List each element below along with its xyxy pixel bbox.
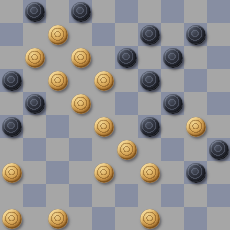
light-square-r5c3 <box>69 115 92 138</box>
light-square-r1c3 <box>69 23 92 46</box>
square-14[interactable] <box>161 46 184 69</box>
light-square-r3c7 <box>161 69 184 92</box>
light-square-r0c4 <box>92 0 115 23</box>
square-37[interactable] <box>46 161 69 184</box>
gold-man[interactable] <box>71 94 91 114</box>
light-square-r5c5 <box>115 115 138 138</box>
light-square-r9c5 <box>115 207 138 230</box>
square-35[interactable] <box>207 138 230 161</box>
light-square-r6c4 <box>92 138 115 161</box>
light-square-r7c3 <box>69 161 92 184</box>
square-7[interactable] <box>46 23 69 46</box>
square-10[interactable] <box>184 23 207 46</box>
light-square-r7c7 <box>161 161 184 184</box>
square-33[interactable] <box>115 138 138 161</box>
black-man[interactable] <box>2 71 22 91</box>
square-34[interactable] <box>161 138 184 161</box>
square-20[interactable] <box>184 69 207 92</box>
light-square-r0c8 <box>184 0 207 23</box>
light-square-r8c2 <box>46 184 69 207</box>
square-41[interactable] <box>23 184 46 207</box>
light-square-r5c1 <box>23 115 46 138</box>
light-square-r7c5 <box>115 161 138 184</box>
gold-man[interactable] <box>25 48 45 68</box>
light-square-r1c9 <box>207 23 230 46</box>
light-square-r2c8 <box>184 46 207 69</box>
gold-man[interactable] <box>2 163 22 183</box>
light-square-r3c1 <box>23 69 46 92</box>
light-square-r4c2 <box>46 92 69 115</box>
square-13[interactable] <box>115 46 138 69</box>
light-square-r2c6 <box>138 46 161 69</box>
square-46[interactable] <box>0 207 23 230</box>
square-39[interactable] <box>138 161 161 184</box>
square-40[interactable] <box>184 161 207 184</box>
gold-man[interactable] <box>94 163 114 183</box>
square-36[interactable] <box>0 161 23 184</box>
square-16[interactable] <box>0 69 23 92</box>
light-square-r2c4 <box>92 46 115 69</box>
gold-man[interactable] <box>117 140 137 160</box>
square-11[interactable] <box>23 46 46 69</box>
light-square-r2c0 <box>0 46 23 69</box>
square-9[interactable] <box>138 23 161 46</box>
black-man[interactable] <box>71 2 91 22</box>
square-25[interactable] <box>207 92 230 115</box>
black-man[interactable] <box>186 25 206 45</box>
square-44[interactable] <box>161 184 184 207</box>
square-28[interactable] <box>92 115 115 138</box>
gold-man[interactable] <box>2 209 22 229</box>
draughts-board <box>0 0 230 230</box>
black-man[interactable] <box>140 71 160 91</box>
draughts-app <box>0 0 230 230</box>
black-man[interactable] <box>209 140 229 160</box>
square-38[interactable] <box>92 161 115 184</box>
gold-man[interactable] <box>48 25 68 45</box>
light-square-r4c6 <box>138 92 161 115</box>
light-square-r9c3 <box>69 207 92 230</box>
light-square-r1c1 <box>23 23 46 46</box>
light-square-r7c9 <box>207 161 230 184</box>
square-5[interactable] <box>207 0 230 23</box>
black-man[interactable] <box>2 117 22 137</box>
square-26[interactable] <box>0 115 23 138</box>
square-31[interactable] <box>23 138 46 161</box>
light-square-r8c8 <box>184 184 207 207</box>
square-27[interactable] <box>46 115 69 138</box>
black-man[interactable] <box>25 94 45 114</box>
light-square-r4c8 <box>184 92 207 115</box>
square-6[interactable] <box>0 23 23 46</box>
black-man[interactable] <box>117 48 137 68</box>
gold-man[interactable] <box>94 117 114 137</box>
square-15[interactable] <box>207 46 230 69</box>
square-8[interactable] <box>92 23 115 46</box>
light-square-r7c1 <box>23 161 46 184</box>
square-1[interactable] <box>23 0 46 23</box>
light-square-r9c7 <box>161 207 184 230</box>
square-42[interactable] <box>69 184 92 207</box>
square-21[interactable] <box>23 92 46 115</box>
gold-man[interactable] <box>140 209 160 229</box>
square-4[interactable] <box>161 0 184 23</box>
light-square-r4c0 <box>0 92 23 115</box>
light-square-r6c8 <box>184 138 207 161</box>
square-43[interactable] <box>115 184 138 207</box>
light-square-r0c2 <box>46 0 69 23</box>
square-49[interactable] <box>138 207 161 230</box>
square-50[interactable] <box>184 207 207 230</box>
gold-man[interactable] <box>140 163 160 183</box>
light-square-r5c9 <box>207 115 230 138</box>
square-45[interactable] <box>207 184 230 207</box>
square-2[interactable] <box>69 0 92 23</box>
square-3[interactable] <box>115 0 138 23</box>
square-19[interactable] <box>138 69 161 92</box>
light-square-r8c0 <box>0 184 23 207</box>
light-square-r3c9 <box>207 69 230 92</box>
light-square-r3c5 <box>115 69 138 92</box>
black-man[interactable] <box>140 117 160 137</box>
light-square-r0c6 <box>138 0 161 23</box>
black-man[interactable] <box>163 48 183 68</box>
black-man[interactable] <box>163 94 183 114</box>
gold-man[interactable] <box>186 117 206 137</box>
light-square-r1c7 <box>161 23 184 46</box>
black-man[interactable] <box>140 25 160 45</box>
light-square-r0c0 <box>0 0 23 23</box>
square-12[interactable] <box>69 46 92 69</box>
gold-man[interactable] <box>71 48 91 68</box>
light-square-r8c6 <box>138 184 161 207</box>
light-square-r1c5 <box>115 23 138 46</box>
black-man[interactable] <box>25 2 45 22</box>
light-square-r5c7 <box>161 115 184 138</box>
square-29[interactable] <box>138 115 161 138</box>
square-22[interactable] <box>69 92 92 115</box>
light-square-r3c3 <box>69 69 92 92</box>
light-square-r6c2 <box>46 138 69 161</box>
black-man[interactable] <box>186 163 206 183</box>
light-square-r9c1 <box>23 207 46 230</box>
square-30[interactable] <box>184 115 207 138</box>
square-32[interactable] <box>69 138 92 161</box>
gold-man[interactable] <box>48 71 68 91</box>
square-23[interactable] <box>115 92 138 115</box>
light-square-r2c2 <box>46 46 69 69</box>
gold-man[interactable] <box>48 209 68 229</box>
square-47[interactable] <box>46 207 69 230</box>
square-18[interactable] <box>92 69 115 92</box>
light-square-r8c4 <box>92 184 115 207</box>
square-48[interactable] <box>92 207 115 230</box>
light-square-r9c9 <box>207 207 230 230</box>
light-square-r6c6 <box>138 138 161 161</box>
gold-man[interactable] <box>94 71 114 91</box>
light-square-r6c0 <box>0 138 23 161</box>
square-24[interactable] <box>161 92 184 115</box>
square-17[interactable] <box>46 69 69 92</box>
light-square-r4c4 <box>92 92 115 115</box>
